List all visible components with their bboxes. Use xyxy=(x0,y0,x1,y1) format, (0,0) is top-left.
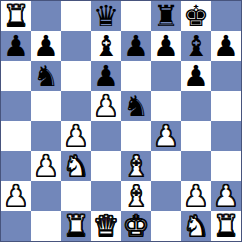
square-c5[interactable] xyxy=(61,91,91,121)
square-c6[interactable] xyxy=(61,61,91,91)
square-b6[interactable]: ♞ xyxy=(31,61,61,91)
square-h6[interactable] xyxy=(211,61,241,91)
square-f3[interactable] xyxy=(151,151,181,181)
square-b1[interactable] xyxy=(31,211,61,241)
square-f2[interactable] xyxy=(151,181,181,211)
square-e1[interactable]: ♚ xyxy=(121,211,151,241)
square-h8[interactable] xyxy=(211,1,241,31)
square-a1[interactable] xyxy=(1,211,31,241)
square-b8[interactable] xyxy=(31,1,61,31)
white-pawn-icon: ♟ xyxy=(183,181,209,211)
square-f6[interactable] xyxy=(151,61,181,91)
white-pawn-icon: ♟ xyxy=(93,91,119,121)
square-e8[interactable] xyxy=(121,1,151,31)
white-knight-icon: ♞ xyxy=(183,211,209,241)
square-d4[interactable] xyxy=(91,121,121,151)
black-knight-icon: ♞ xyxy=(123,91,149,121)
square-f8[interactable]: ♜ xyxy=(151,1,181,31)
black-pawn-icon: ♟ xyxy=(153,31,179,61)
black-bishop-icon: ♝ xyxy=(183,31,209,61)
black-pawn-icon: ♟ xyxy=(93,61,119,91)
square-d5[interactable]: ♟ xyxy=(91,91,121,121)
square-h5[interactable] xyxy=(211,91,241,121)
square-e4[interactable] xyxy=(121,121,151,151)
square-g5[interactable] xyxy=(181,91,211,121)
white-bishop-icon: ♝ xyxy=(123,181,149,211)
square-d2[interactable] xyxy=(91,181,121,211)
black-pawn-icon: ♟ xyxy=(3,31,29,61)
square-g3[interactable] xyxy=(181,151,211,181)
board-grid: ♜♛♜♚♟♟♝♟♟♝♟♞♟♟♟♞♟♟♟♞♝♟♝♟♟♜♛♚♞♜ xyxy=(1,1,241,241)
black-pawn-icon: ♟ xyxy=(213,31,239,61)
square-c8[interactable] xyxy=(61,1,91,31)
black-pawn-icon: ♟ xyxy=(123,31,149,61)
square-c1[interactable]: ♜ xyxy=(61,211,91,241)
square-g2[interactable]: ♟ xyxy=(181,181,211,211)
square-h1[interactable]: ♜ xyxy=(211,211,241,241)
black-queen-icon: ♛ xyxy=(93,1,119,31)
white-pawn-icon: ♟ xyxy=(33,151,59,181)
square-b3[interactable]: ♟ xyxy=(31,151,61,181)
square-c3[interactable]: ♞ xyxy=(61,151,91,181)
black-knight-icon: ♞ xyxy=(33,61,59,91)
white-pawn-icon: ♟ xyxy=(153,121,179,151)
square-e6[interactable] xyxy=(121,61,151,91)
black-bishop-icon: ♝ xyxy=(93,31,119,61)
black-pawn-icon: ♟ xyxy=(183,61,209,91)
chess-board: ♜♛♜♚♟♟♝♟♟♝♟♞♟♟♟♞♟♟♟♞♝♟♝♟♟♜♛♚♞♜ xyxy=(0,0,242,242)
square-c2[interactable] xyxy=(61,181,91,211)
square-g6[interactable]: ♟ xyxy=(181,61,211,91)
square-f7[interactable]: ♟ xyxy=(151,31,181,61)
square-d1[interactable]: ♛ xyxy=(91,211,121,241)
square-g1[interactable]: ♞ xyxy=(181,211,211,241)
white-rook-icon: ♜ xyxy=(3,1,29,31)
square-c7[interactable] xyxy=(61,31,91,61)
square-a3[interactable] xyxy=(1,151,31,181)
square-h7[interactable]: ♟ xyxy=(211,31,241,61)
white-pawn-icon: ♟ xyxy=(3,181,29,211)
square-a8[interactable]: ♜ xyxy=(1,1,31,31)
square-b4[interactable] xyxy=(31,121,61,151)
square-h2[interactable]: ♟ xyxy=(211,181,241,211)
square-c4[interactable]: ♟ xyxy=(61,121,91,151)
square-a5[interactable] xyxy=(1,91,31,121)
square-f4[interactable]: ♟ xyxy=(151,121,181,151)
square-f5[interactable] xyxy=(151,91,181,121)
square-d7[interactable]: ♝ xyxy=(91,31,121,61)
square-e3[interactable]: ♝ xyxy=(121,151,151,181)
square-b2[interactable] xyxy=(31,181,61,211)
white-pawn-icon: ♟ xyxy=(63,121,89,151)
square-a4[interactable] xyxy=(1,121,31,151)
square-h4[interactable] xyxy=(211,121,241,151)
square-a6[interactable] xyxy=(1,61,31,91)
white-queen-icon: ♛ xyxy=(93,211,119,241)
square-h3[interactable] xyxy=(211,151,241,181)
square-d3[interactable] xyxy=(91,151,121,181)
square-g4[interactable] xyxy=(181,121,211,151)
black-pawn-icon: ♟ xyxy=(33,31,59,61)
white-rook-icon: ♜ xyxy=(213,211,239,241)
square-g8[interactable]: ♚ xyxy=(181,1,211,31)
white-king-icon: ♚ xyxy=(123,211,149,241)
square-a2[interactable]: ♟ xyxy=(1,181,31,211)
square-b7[interactable]: ♟ xyxy=(31,31,61,61)
square-b5[interactable] xyxy=(31,91,61,121)
square-e2[interactable]: ♝ xyxy=(121,181,151,211)
square-d6[interactable]: ♟ xyxy=(91,61,121,91)
square-f1[interactable] xyxy=(151,211,181,241)
square-e5[interactable]: ♞ xyxy=(121,91,151,121)
square-a7[interactable]: ♟ xyxy=(1,31,31,61)
square-d8[interactable]: ♛ xyxy=(91,1,121,31)
white-rook-icon: ♜ xyxy=(63,211,89,241)
square-g7[interactable]: ♝ xyxy=(181,31,211,61)
white-bishop-icon: ♝ xyxy=(123,151,149,181)
black-king-icon: ♚ xyxy=(183,1,209,31)
white-knight-icon: ♞ xyxy=(63,151,89,181)
square-e7[interactable]: ♟ xyxy=(121,31,151,61)
white-pawn-icon: ♟ xyxy=(213,181,239,211)
black-rook-icon: ♜ xyxy=(153,1,179,31)
